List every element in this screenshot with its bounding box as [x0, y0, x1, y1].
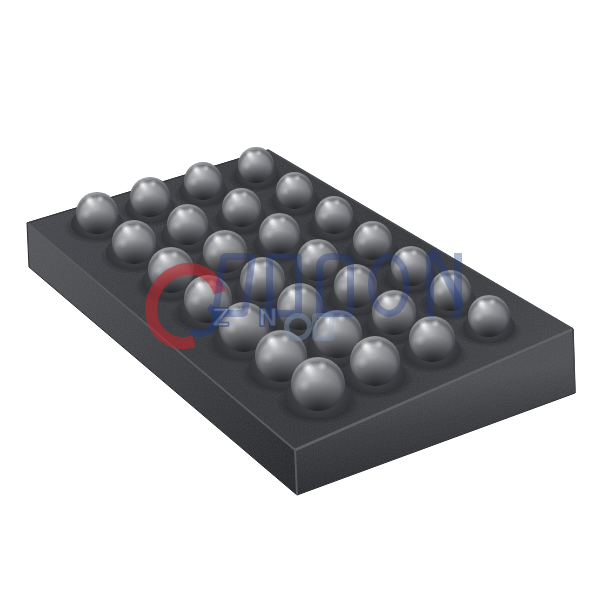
- solder-ball: [76, 192, 118, 234]
- solder-ball: [222, 188, 261, 227]
- solder-ball: [409, 316, 455, 362]
- solder-ball: [184, 162, 222, 200]
- solder-ball: [372, 290, 417, 335]
- solder-ball: [203, 230, 246, 273]
- solder-ball: [112, 220, 156, 264]
- solder-ball: [350, 336, 400, 386]
- solder-ball: [291, 357, 345, 411]
- solder-ball: [240, 257, 285, 302]
- solder-ball: [334, 264, 377, 307]
- solder-ball: [238, 147, 274, 183]
- solder-ball: [315, 196, 353, 234]
- solder-ball: [130, 177, 170, 217]
- solder-ball: [430, 270, 471, 311]
- solder-ball: [468, 295, 510, 337]
- solder-ball: [353, 221, 392, 260]
- solder-ball: [297, 239, 339, 281]
- solder-ball: [259, 213, 300, 254]
- solder-ball: [276, 172, 313, 209]
- solder-ball: [391, 246, 431, 286]
- solder-ball-grid: [0, 0, 600, 600]
- product-image: Z N: [0, 0, 600, 600]
